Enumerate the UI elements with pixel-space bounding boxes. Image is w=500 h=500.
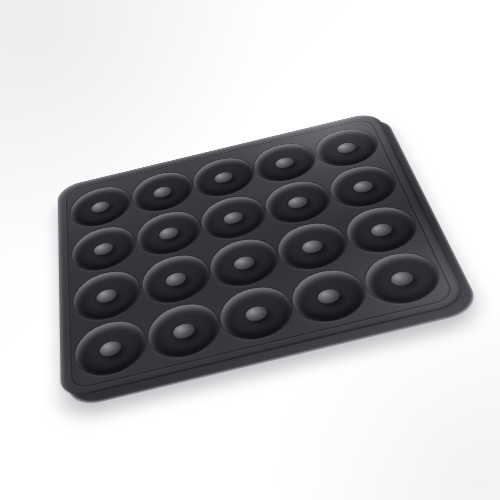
cavity-center-post	[287, 195, 309, 210]
cavity-grid	[69, 122, 450, 385]
cavity-center-post	[316, 287, 342, 305]
cavity-center-post	[301, 238, 325, 255]
cavity-center-post	[369, 222, 394, 238]
donut-cavity	[73, 265, 142, 326]
cavity-center-post	[91, 200, 110, 214]
cavity-center-post	[172, 321, 195, 340]
cavity-center-post	[222, 210, 244, 225]
donut-cavity	[72, 221, 137, 276]
cavity-center-post	[335, 141, 357, 155]
pan-scene	[58, 111, 470, 400]
donut-cavity	[206, 233, 283, 292]
cavity-center-post	[96, 287, 117, 304]
cavity-center-post	[388, 269, 415, 287]
photo-caption: Dark grey non-stick metal donut mould pa…	[0, 0, 1, 1]
cavity-center-post	[99, 339, 121, 358]
cavity-center-post	[164, 271, 186, 288]
donut-cavity	[273, 217, 353, 275]
cavity-center-post	[351, 179, 374, 194]
cavity-center-post	[94, 241, 114, 257]
cavity-center-post	[152, 185, 171, 199]
cavity-center-post	[233, 254, 256, 271]
cavity-center-post	[213, 170, 233, 184]
photo-canvas: Dark grey non-stick metal donut mould pa…	[0, 0, 500, 500]
donut-cavity	[140, 249, 213, 309]
donut-cavity	[135, 206, 204, 260]
donut-cavity	[198, 191, 270, 245]
cavity-center-post	[244, 304, 269, 323]
donut-cavity	[261, 175, 336, 228]
cavity-center-post	[158, 225, 179, 241]
cavity-center-post	[274, 156, 295, 170]
